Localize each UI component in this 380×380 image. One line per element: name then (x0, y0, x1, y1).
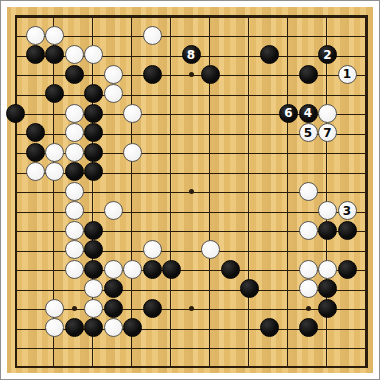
board-cell[interactable] (64, 123, 84, 143)
board-cell[interactable] (6, 6, 26, 26)
board-cell[interactable] (240, 162, 260, 182)
board-cell[interactable] (84, 103, 104, 123)
board-cell[interactable] (123, 84, 143, 104)
board-cell[interactable]: 2 (318, 45, 338, 65)
board-cell[interactable] (45, 337, 65, 357)
board-cell[interactable] (318, 6, 338, 26)
board-cell[interactable] (45, 142, 65, 162)
board-cell[interactable] (103, 25, 123, 45)
board-cell[interactable] (279, 162, 299, 182)
board-cell[interactable] (357, 318, 377, 338)
board-cell[interactable] (181, 123, 201, 143)
board-cell[interactable] (357, 84, 377, 104)
board-cell[interactable] (142, 181, 162, 201)
board-cell[interactable] (6, 337, 26, 357)
board-cell[interactable] (103, 45, 123, 65)
board-cell[interactable] (6, 103, 26, 123)
board-cell[interactable] (259, 337, 279, 357)
board-cell[interactable] (279, 201, 299, 221)
board-cell[interactable] (279, 298, 299, 318)
board-cell[interactable] (25, 103, 45, 123)
board-cell[interactable] (84, 123, 104, 143)
board-cell[interactable] (259, 298, 279, 318)
board-cell[interactable] (240, 259, 260, 279)
board-cell[interactable] (142, 25, 162, 45)
board-cell[interactable] (259, 103, 279, 123)
board-cell[interactable] (64, 279, 84, 299)
board-cell[interactable] (357, 162, 377, 182)
board-cell[interactable] (240, 84, 260, 104)
board-cell[interactable] (279, 337, 299, 357)
board-cell[interactable] (220, 318, 240, 338)
board-cell[interactable] (123, 259, 143, 279)
board-cell[interactable] (357, 298, 377, 318)
board-cell[interactable] (337, 84, 357, 104)
board-cell[interactable] (25, 64, 45, 84)
board-cell[interactable] (220, 220, 240, 240)
board-cell[interactable] (45, 201, 65, 221)
board-cell[interactable] (220, 25, 240, 45)
board-cell[interactable] (318, 337, 338, 357)
board-cell[interactable] (142, 123, 162, 143)
board-cell[interactable] (318, 103, 338, 123)
board-cell[interactable] (357, 103, 377, 123)
board-cell[interactable] (220, 84, 240, 104)
board-cell[interactable] (6, 201, 26, 221)
board-cell[interactable] (103, 142, 123, 162)
board-cell[interactable] (6, 298, 26, 318)
board-cell[interactable] (298, 64, 318, 84)
board-cell[interactable] (64, 45, 84, 65)
board-cell[interactable] (181, 337, 201, 357)
board-cell[interactable] (162, 220, 182, 240)
board-cell[interactable] (279, 25, 299, 45)
board-cell[interactable] (64, 25, 84, 45)
board-cell[interactable] (123, 181, 143, 201)
board-cell[interactable] (201, 279, 221, 299)
board-cell[interactable] (337, 45, 357, 65)
board-cell[interactable] (337, 318, 357, 338)
board-cell[interactable] (123, 103, 143, 123)
board-cell[interactable] (142, 220, 162, 240)
board-cell[interactable] (181, 6, 201, 26)
board-cell[interactable] (103, 337, 123, 357)
board-cell[interactable] (298, 357, 318, 377)
board-cell[interactable] (298, 25, 318, 45)
board-cell[interactable] (357, 142, 377, 162)
board-cell[interactable] (25, 279, 45, 299)
board-cell[interactable] (318, 64, 338, 84)
board-cell[interactable] (6, 64, 26, 84)
board-cell[interactable] (357, 357, 377, 377)
board-cell[interactable] (220, 298, 240, 318)
board-cell[interactable] (181, 181, 201, 201)
board-cell[interactable] (45, 220, 65, 240)
board-cell[interactable] (357, 181, 377, 201)
board-cell[interactable] (279, 318, 299, 338)
board-cell[interactable] (162, 123, 182, 143)
board-cell[interactable] (181, 64, 201, 84)
board-cell[interactable] (357, 201, 377, 221)
board-cell[interactable] (318, 357, 338, 377)
board-cell[interactable] (84, 84, 104, 104)
board-cell[interactable] (337, 337, 357, 357)
board-cell[interactable] (142, 162, 162, 182)
board-cell[interactable] (201, 298, 221, 318)
board-cell[interactable] (84, 142, 104, 162)
board-cell[interactable] (337, 103, 357, 123)
board-cell[interactable] (6, 45, 26, 65)
board-cell[interactable] (337, 298, 357, 318)
board-cell[interactable] (337, 142, 357, 162)
board-cell[interactable] (298, 279, 318, 299)
board-cell[interactable] (103, 64, 123, 84)
board-cell[interactable] (240, 123, 260, 143)
board-cell[interactable] (181, 25, 201, 45)
board-cell[interactable] (84, 279, 104, 299)
board-cell[interactable] (240, 142, 260, 162)
board-cell[interactable] (259, 220, 279, 240)
board-cell[interactable] (279, 240, 299, 260)
board-cell[interactable] (337, 6, 357, 26)
board-cell[interactable] (84, 64, 104, 84)
board-cell[interactable] (181, 240, 201, 260)
board-cell[interactable] (220, 142, 240, 162)
board-cell[interactable] (25, 142, 45, 162)
board-cell[interactable] (337, 259, 357, 279)
board-cell[interactable] (142, 259, 162, 279)
board-cell[interactable] (162, 298, 182, 318)
board-cell[interactable] (181, 162, 201, 182)
board-cell[interactable] (298, 45, 318, 65)
board-cell[interactable] (123, 64, 143, 84)
board-cell[interactable] (220, 162, 240, 182)
board-cell[interactable] (162, 64, 182, 84)
board-cell[interactable] (220, 337, 240, 357)
board-cell[interactable] (162, 337, 182, 357)
board-cell[interactable] (279, 84, 299, 104)
board-cell[interactable] (318, 318, 338, 338)
board-cell[interactable] (162, 25, 182, 45)
board-cell[interactable] (142, 6, 162, 26)
board-cell[interactable] (240, 357, 260, 377)
board-cell[interactable] (240, 220, 260, 240)
board-cell[interactable] (298, 6, 318, 26)
board-cell[interactable] (45, 298, 65, 318)
board-cell[interactable] (45, 84, 65, 104)
board-cell[interactable] (84, 45, 104, 65)
board-cell[interactable] (298, 240, 318, 260)
board-cell[interactable] (6, 279, 26, 299)
board-cell[interactable] (259, 201, 279, 221)
board-cell[interactable] (259, 318, 279, 338)
board-cell[interactable] (6, 357, 26, 377)
board-cell[interactable] (64, 103, 84, 123)
board-cell[interactable] (279, 181, 299, 201)
board-cell[interactable] (240, 318, 260, 338)
board-cell[interactable] (162, 142, 182, 162)
board-cell[interactable] (45, 279, 65, 299)
board-cell[interactable] (103, 181, 123, 201)
board-cell[interactable] (279, 64, 299, 84)
board-cell[interactable] (318, 201, 338, 221)
board-cell[interactable] (64, 337, 84, 357)
board-cell[interactable] (337, 240, 357, 260)
board-cell[interactable] (6, 318, 26, 338)
board-cell[interactable] (298, 142, 318, 162)
board-cell[interactable] (45, 6, 65, 26)
board-cell[interactable] (259, 162, 279, 182)
board-cell[interactable] (84, 240, 104, 260)
board-cell[interactable] (279, 123, 299, 143)
board-cell[interactable] (240, 181, 260, 201)
board-cell[interactable] (318, 240, 338, 260)
board-cell[interactable] (64, 64, 84, 84)
board-cell[interactable] (45, 64, 65, 84)
board-cell[interactable] (259, 357, 279, 377)
board-cell[interactable] (181, 84, 201, 104)
board-cell[interactable] (357, 45, 377, 65)
board-cell[interactable] (240, 64, 260, 84)
board-cell[interactable] (64, 6, 84, 26)
board-cell[interactable] (220, 103, 240, 123)
board-cell[interactable] (298, 298, 318, 318)
board-cell[interactable] (142, 201, 162, 221)
board-cell[interactable] (220, 201, 240, 221)
board-cell[interactable]: 7 (318, 123, 338, 143)
board-cell[interactable] (337, 25, 357, 45)
board-cell[interactable] (142, 103, 162, 123)
board-cell[interactable] (84, 201, 104, 221)
board-cell[interactable] (123, 220, 143, 240)
board-cell[interactable] (201, 6, 221, 26)
board-cell[interactable] (84, 25, 104, 45)
board-cell[interactable] (6, 25, 26, 45)
board-cell[interactable] (337, 162, 357, 182)
board-cell[interactable] (84, 298, 104, 318)
board-cell[interactable] (162, 181, 182, 201)
board-cell[interactable] (181, 142, 201, 162)
board-cell[interactable] (45, 162, 65, 182)
board-cell[interactable] (123, 162, 143, 182)
board-cell[interactable] (162, 45, 182, 65)
board-cell[interactable] (220, 279, 240, 299)
board-cell[interactable] (6, 123, 26, 143)
board-cell[interactable] (181, 220, 201, 240)
board-cell[interactable] (259, 64, 279, 84)
board-cell[interactable] (279, 220, 299, 240)
board-cell[interactable] (142, 45, 162, 65)
board-cell[interactable] (142, 357, 162, 377)
board-cell[interactable] (201, 259, 221, 279)
board-cell[interactable] (318, 162, 338, 182)
board-cell[interactable] (298, 220, 318, 240)
board-cell[interactable] (45, 45, 65, 65)
board-cell[interactable] (162, 279, 182, 299)
board-cell[interactable] (64, 357, 84, 377)
board-cell[interactable] (298, 84, 318, 104)
board-cell[interactable] (103, 123, 123, 143)
board-cell[interactable] (162, 103, 182, 123)
board-cell[interactable] (123, 279, 143, 299)
board-cell[interactable] (259, 279, 279, 299)
board-cell[interactable] (201, 357, 221, 377)
board-cell[interactable] (279, 259, 299, 279)
board-cell[interactable] (25, 162, 45, 182)
board-cell[interactable] (123, 357, 143, 377)
board-cell[interactable] (240, 103, 260, 123)
board-cell[interactable] (6, 162, 26, 182)
board-cell[interactable] (142, 142, 162, 162)
board-cell[interactable] (142, 298, 162, 318)
board-cell[interactable] (279, 45, 299, 65)
board-cell[interactable] (357, 220, 377, 240)
board-cell[interactable] (181, 279, 201, 299)
board-cell[interactable] (103, 162, 123, 182)
board-cell[interactable] (201, 25, 221, 45)
board-cell[interactable] (25, 259, 45, 279)
board-cell[interactable] (142, 64, 162, 84)
board-cell[interactable] (123, 45, 143, 65)
board-cell[interactable] (64, 142, 84, 162)
board-cell[interactable] (220, 45, 240, 65)
board-cell[interactable]: 6 (279, 103, 299, 123)
board-cell[interactable] (162, 318, 182, 338)
board-cell[interactable] (162, 6, 182, 26)
board-cell[interactable]: 4 (298, 103, 318, 123)
board-cell[interactable] (45, 25, 65, 45)
board-cell[interactable] (298, 201, 318, 221)
board-cell[interactable] (240, 298, 260, 318)
board-cell[interactable] (337, 279, 357, 299)
board-cell[interactable] (181, 201, 201, 221)
board-cell[interactable] (318, 279, 338, 299)
board-cell[interactable] (84, 162, 104, 182)
board-cell[interactable] (259, 259, 279, 279)
board-cell[interactable] (64, 162, 84, 182)
board-cell[interactable] (84, 337, 104, 357)
board-cell[interactable] (259, 181, 279, 201)
board-cell[interactable] (25, 45, 45, 65)
board-cell[interactable] (142, 84, 162, 104)
board-cell[interactable] (64, 318, 84, 338)
board-cell[interactable] (6, 142, 26, 162)
board-cell[interactable] (259, 84, 279, 104)
board-cell[interactable] (64, 84, 84, 104)
board-cell[interactable] (201, 220, 221, 240)
board-cell[interactable] (162, 201, 182, 221)
board-cell[interactable] (318, 298, 338, 318)
board-cell[interactable] (220, 357, 240, 377)
board-cell[interactable] (201, 240, 221, 260)
board-cell[interactable] (123, 142, 143, 162)
board-cell[interactable] (103, 103, 123, 123)
board-cell[interactable] (201, 162, 221, 182)
board-cell[interactable] (84, 259, 104, 279)
board-cell[interactable] (240, 337, 260, 357)
board-cell[interactable] (123, 201, 143, 221)
board-cell[interactable] (279, 357, 299, 377)
board-cell[interactable] (201, 103, 221, 123)
board-cell[interactable] (162, 84, 182, 104)
board-cell[interactable] (318, 259, 338, 279)
board-cell[interactable] (318, 25, 338, 45)
board-cell[interactable] (6, 220, 26, 240)
board-cell[interactable] (220, 259, 240, 279)
board-cell[interactable] (6, 181, 26, 201)
board-cell[interactable]: 3 (337, 201, 357, 221)
board-cell[interactable] (240, 201, 260, 221)
board-cell[interactable] (162, 357, 182, 377)
board-cell[interactable] (45, 123, 65, 143)
board-cell[interactable] (64, 240, 84, 260)
board-cell[interactable] (45, 181, 65, 201)
board-cell[interactable] (103, 6, 123, 26)
board-cell[interactable] (123, 298, 143, 318)
board-cell[interactable] (64, 201, 84, 221)
board-cell[interactable] (45, 259, 65, 279)
board-cell[interactable] (181, 318, 201, 338)
board-cell[interactable] (357, 279, 377, 299)
board-cell[interactable] (298, 162, 318, 182)
board-cell[interactable] (25, 357, 45, 377)
board-cell[interactable] (103, 357, 123, 377)
board-cell[interactable]: 8 (181, 45, 201, 65)
board-cell[interactable] (201, 45, 221, 65)
board-cell[interactable] (103, 259, 123, 279)
board-cell[interactable] (220, 240, 240, 260)
board-cell[interactable] (337, 123, 357, 143)
board-cell[interactable] (259, 25, 279, 45)
board-cell[interactable] (25, 84, 45, 104)
board-cell[interactable] (279, 142, 299, 162)
board-cell[interactable] (240, 6, 260, 26)
board-cell[interactable] (318, 84, 338, 104)
board-cell[interactable] (201, 181, 221, 201)
board-cell[interactable] (25, 318, 45, 338)
board-cell[interactable] (240, 240, 260, 260)
board-cell[interactable] (45, 240, 65, 260)
board-cell[interactable] (64, 220, 84, 240)
board-cell[interactable] (25, 298, 45, 318)
board-cell[interactable] (142, 240, 162, 260)
board-cell[interactable] (240, 279, 260, 299)
board-cell[interactable] (103, 240, 123, 260)
board-cell[interactable] (103, 220, 123, 240)
board-cell[interactable] (25, 6, 45, 26)
board-cell[interactable] (259, 240, 279, 260)
board-cell[interactable]: 1 (337, 64, 357, 84)
board-cell[interactable] (357, 25, 377, 45)
board-cell[interactable] (84, 6, 104, 26)
board-cell[interactable] (357, 6, 377, 26)
board-cell[interactable] (220, 64, 240, 84)
board-cell[interactable] (25, 337, 45, 357)
board-cell[interactable] (357, 337, 377, 357)
board-cell[interactable] (123, 240, 143, 260)
board-cell[interactable] (259, 142, 279, 162)
board-cell[interactable] (318, 142, 338, 162)
board-cell[interactable] (220, 6, 240, 26)
board-cell[interactable] (318, 220, 338, 240)
board-cell[interactable] (123, 25, 143, 45)
board-cell[interactable] (201, 123, 221, 143)
board-cell[interactable] (25, 240, 45, 260)
board-cell[interactable] (25, 181, 45, 201)
board-cell[interactable] (123, 318, 143, 338)
board-cell[interactable] (201, 142, 221, 162)
board-cell[interactable] (181, 103, 201, 123)
